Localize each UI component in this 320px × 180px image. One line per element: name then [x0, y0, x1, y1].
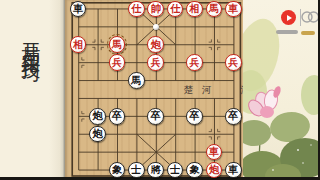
piece-black-cannon[interactable]: 炮 [89, 126, 106, 143]
piece-black-chariot[interactable]: 車 [70, 1, 87, 18]
piece-black-chariot[interactable]: 車 [225, 162, 242, 179]
piece-black-elephant[interactable]: 象 [109, 162, 126, 179]
piece-black-elephant[interactable]: 象 [186, 162, 203, 179]
lotus-art-panel [243, 0, 318, 180]
double-ring-logo-icon [301, 10, 319, 24]
lesson-title-panel: 开局实用技巧 [0, 0, 63, 177]
watermark-text-gold [301, 31, 315, 36]
lesson-title: 开局实用技巧 [22, 0, 41, 177]
piece-red-pawn[interactable]: 兵 [109, 54, 126, 71]
piece-black-advisor[interactable]: 士 [128, 162, 145, 179]
piece-red-elephant[interactable]: 相 [70, 36, 87, 53]
piece-red-general[interactable]: 帥 [147, 1, 164, 18]
piece-red-cannon[interactable]: 炮 [147, 36, 164, 53]
piece-black-pawn[interactable]: 卒 [147, 108, 164, 125]
piece-black-pawn[interactable]: 卒 [225, 108, 242, 125]
piece-red-horse[interactable]: 馬 [206, 1, 223, 18]
piece-red-pawn[interactable]: 兵 [225, 54, 242, 71]
lotus-painting [243, 0, 318, 180]
piece-red-advisor[interactable]: 仕 [128, 1, 145, 18]
piece-red-chariot[interactable]: 車 [206, 144, 223, 161]
piece-black-horse[interactable]: 馬 [128, 72, 145, 89]
piece-black-pawn[interactable]: 卒 [109, 108, 126, 125]
watermark-text-gray [276, 30, 298, 34]
play-button-icon [281, 10, 296, 25]
piece-black-cannon[interactable]: 炮 [89, 108, 106, 125]
piece-red-pawn[interactable]: 兵 [186, 54, 203, 71]
piece-red-horse[interactable]: 馬 [109, 36, 126, 53]
piece-black-advisor[interactable]: 士 [167, 162, 184, 179]
piece-red-pawn[interactable]: 兵 [147, 54, 164, 71]
piece-black-pawn[interactable]: 卒 [186, 108, 203, 125]
piece-black-general[interactable]: 將 [147, 162, 164, 179]
move-hint-dot [153, 24, 159, 30]
bottom-edge [0, 177, 320, 180]
piece-red-advisor[interactable]: 仕 [167, 1, 184, 18]
piece-red-elephant[interactable]: 相 [186, 1, 203, 18]
piece-red-cannon[interactable]: 炮 [206, 162, 223, 179]
app-window: 开局实用技巧 楚河 漢界 車仕帥仕相馬車相馬炮兵兵兵兵馬炮卒卒卒卒炮車象士將士象… [0, 0, 320, 180]
piece-red-chariot[interactable]: 車 [225, 1, 242, 18]
